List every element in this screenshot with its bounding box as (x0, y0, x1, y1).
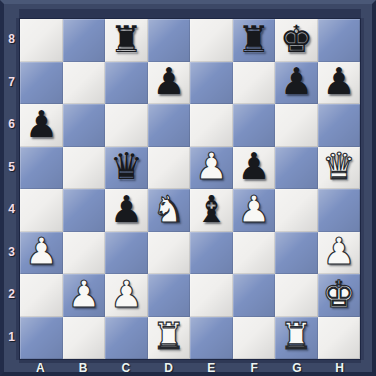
piece-white-rook-g1[interactable]: ♜ (280, 318, 313, 355)
square-b7[interactable] (63, 62, 106, 105)
file-label-a: A (19, 361, 62, 375)
piece-black-pawn-h7[interactable]: ♟ (322, 63, 355, 100)
square-a1[interactable] (20, 317, 63, 360)
file-label-g: G (276, 361, 319, 375)
piece-black-pawn-d7[interactable]: ♟ (152, 63, 185, 100)
rank-label-8: 8 (4, 18, 19, 61)
square-h3[interactable]: ♟ (318, 232, 361, 275)
square-f4[interactable]: ♟ (233, 189, 276, 232)
square-g7[interactable]: ♟ (275, 62, 318, 105)
square-b6[interactable] (63, 104, 106, 147)
square-a6[interactable]: ♟ (20, 104, 63, 147)
square-g8[interactable]: ♚ (275, 19, 318, 62)
square-d3[interactable] (148, 232, 191, 275)
square-a7[interactable] (20, 62, 63, 105)
square-f3[interactable] (233, 232, 276, 275)
square-h7[interactable]: ♟ (318, 62, 361, 105)
rank-label-5: 5 (4, 146, 19, 189)
square-d4[interactable]: ♞ (148, 189, 191, 232)
square-b8[interactable] (63, 19, 106, 62)
piece-white-pawn-c2[interactable]: ♟ (110, 276, 143, 313)
file-label-d: D (147, 361, 190, 375)
square-h1[interactable] (318, 317, 361, 360)
piece-white-king-h2[interactable]: ♚ (322, 276, 355, 313)
square-a4[interactable] (20, 189, 63, 232)
square-d2[interactable] (148, 274, 191, 317)
square-g1[interactable]: ♜ (275, 317, 318, 360)
square-h5[interactable]: ♛ (318, 147, 361, 190)
square-c2[interactable]: ♟ (105, 274, 148, 317)
file-label-f: F (233, 361, 276, 375)
square-d1[interactable]: ♜ (148, 317, 191, 360)
rank-label-3: 3 (4, 231, 19, 274)
rank-label-6: 6 (4, 103, 19, 146)
square-e6[interactable] (190, 104, 233, 147)
square-c8[interactable]: ♜ (105, 19, 148, 62)
rank-label-7: 7 (4, 61, 19, 104)
square-c5[interactable]: ♛ (105, 147, 148, 190)
square-c1[interactable] (105, 317, 148, 360)
piece-black-pawn-f5[interactable]: ♟ (237, 148, 270, 185)
square-g6[interactable] (275, 104, 318, 147)
piece-white-knight-d4[interactable]: ♞ (152, 191, 185, 228)
square-d8[interactable] (148, 19, 191, 62)
square-g3[interactable] (275, 232, 318, 275)
square-f7[interactable] (233, 62, 276, 105)
square-c7[interactable] (105, 62, 148, 105)
square-f5[interactable]: ♟ (233, 147, 276, 190)
piece-white-pawn-e5[interactable]: ♟ (195, 148, 228, 185)
piece-black-pawn-a6[interactable]: ♟ (25, 106, 58, 143)
piece-black-rook-f8[interactable]: ♜ (237, 21, 270, 58)
rank-labels: 87654321 (4, 18, 19, 358)
rank-label-1: 1 (4, 316, 19, 359)
square-d7[interactable]: ♟ (148, 62, 191, 105)
chess-board: ♜♜♚♟♟♟♟♛♟♟♛♟♞♝♟♟♟♟♟♚♜♜ (19, 18, 361, 360)
rank-label-2: 2 (4, 273, 19, 316)
rank-label-4: 4 (4, 188, 19, 231)
chess-diagram: 87654321 ♜♜♚♟♟♟♟♛♟♟♛♟♞♝♟♟♟♟♟♚♜♜ ABCDEFGH (0, 0, 376, 376)
square-a2[interactable] (20, 274, 63, 317)
square-e2[interactable] (190, 274, 233, 317)
square-e7[interactable] (190, 62, 233, 105)
square-a5[interactable] (20, 147, 63, 190)
piece-black-queen-c5[interactable]: ♛ (110, 148, 143, 185)
square-e3[interactable] (190, 232, 233, 275)
square-f1[interactable] (233, 317, 276, 360)
file-label-e: E (190, 361, 233, 375)
file-label-c: C (105, 361, 148, 375)
square-b2[interactable]: ♟ (63, 274, 106, 317)
square-f6[interactable] (233, 104, 276, 147)
square-h6[interactable] (318, 104, 361, 147)
piece-black-king-g8[interactable]: ♚ (280, 21, 313, 58)
square-e8[interactable] (190, 19, 233, 62)
square-h8[interactable] (318, 19, 361, 62)
piece-white-pawn-f4[interactable]: ♟ (237, 191, 270, 228)
square-b3[interactable] (63, 232, 106, 275)
piece-white-pawn-h3[interactable]: ♟ (322, 233, 355, 270)
piece-black-pawn-c4[interactable]: ♟ (110, 191, 143, 228)
square-b4[interactable] (63, 189, 106, 232)
file-labels: ABCDEFGH (19, 361, 361, 374)
square-g2[interactable] (275, 274, 318, 317)
square-g4[interactable] (275, 189, 318, 232)
piece-white-pawn-a3[interactable]: ♟ (25, 233, 58, 270)
piece-white-queen-h5[interactable]: ♛ (322, 148, 355, 185)
square-h4[interactable] (318, 189, 361, 232)
square-a8[interactable] (20, 19, 63, 62)
piece-black-pawn-g7[interactable]: ♟ (280, 63, 313, 100)
square-c3[interactable] (105, 232, 148, 275)
file-label-h: H (318, 361, 361, 375)
square-d5[interactable] (148, 147, 191, 190)
square-g5[interactable] (275, 147, 318, 190)
square-e5[interactable]: ♟ (190, 147, 233, 190)
file-label-b: B (62, 361, 105, 375)
piece-white-pawn-b2[interactable]: ♟ (67, 276, 100, 313)
square-d6[interactable] (148, 104, 191, 147)
piece-black-rook-c8[interactable]: ♜ (110, 21, 143, 58)
square-c6[interactable] (105, 104, 148, 147)
square-h2[interactable]: ♚ (318, 274, 361, 317)
square-b5[interactable] (63, 147, 106, 190)
square-f2[interactable] (233, 274, 276, 317)
square-e4[interactable]: ♝ (190, 189, 233, 232)
square-c4[interactable]: ♟ (105, 189, 148, 232)
square-e1[interactable] (190, 317, 233, 360)
square-a3[interactable]: ♟ (20, 232, 63, 275)
piece-black-bishop-e4[interactable]: ♝ (195, 191, 228, 228)
square-b1[interactable] (63, 317, 106, 360)
piece-white-rook-d1[interactable]: ♜ (152, 318, 185, 355)
square-f8[interactable]: ♜ (233, 19, 276, 62)
